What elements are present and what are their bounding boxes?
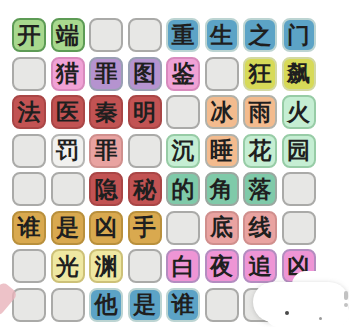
tile-r2c7[interactable]: 狂 (243, 57, 277, 91)
tile-r2c8[interactable]: 飙 (282, 57, 316, 91)
empty-slot-r2c6 (205, 57, 239, 91)
tile-r5c3[interactable]: 隐 (89, 172, 123, 206)
tile-r7c3[interactable]: 渊 (89, 249, 123, 283)
tile-r4c8[interactable]: 园 (282, 134, 316, 168)
tile-r7c5[interactable]: 白 (166, 249, 200, 283)
tile-r2c3[interactable]: 罪 (89, 57, 123, 91)
empty-slot-r7c1 (12, 249, 46, 283)
tile-r6c3[interactable]: 凶 (89, 211, 123, 245)
empty-slot-r5c2 (51, 172, 85, 206)
tile-r1c2[interactable]: 端 (51, 18, 85, 52)
empty-slot-r6c8 (282, 211, 316, 245)
tile-r8c5[interactable]: 谁 (166, 288, 200, 322)
tile-r1c7[interactable]: 之 (243, 18, 277, 52)
tile-r4c5[interactable]: 沉 (166, 134, 200, 168)
tile-r2c2[interactable]: 猎 (51, 57, 85, 91)
empty-slot-r2c1 (12, 57, 46, 91)
tile-r5c6[interactable]: 角 (205, 172, 239, 206)
empty-slot-r4c1 (12, 134, 46, 168)
tile-r3c2[interactable]: 医 (51, 95, 85, 129)
empty-slot-r8c2 (51, 288, 85, 322)
tile-r2c4[interactable]: 图 (128, 57, 162, 91)
empty-slot-r1c3 (89, 18, 123, 52)
empty-slot-r5c8 (282, 172, 316, 206)
tile-r5c7[interactable]: 落 (243, 172, 277, 206)
empty-slot-r1c4 (128, 18, 162, 52)
tile-r1c6[interactable]: 生 (205, 18, 239, 52)
empty-slot-r4c4 (128, 134, 162, 168)
overlay-speck (319, 317, 322, 320)
tile-r6c6[interactable]: 底 (205, 211, 239, 245)
empty-slot-r3c5 (166, 95, 200, 129)
empty-slot-r6c5 (166, 211, 200, 245)
tile-r3c6[interactable]: 冰 (205, 95, 239, 129)
tile-r3c7[interactable]: 雨 (243, 95, 277, 129)
tile-r2c5[interactable]: 鉴 (166, 57, 200, 91)
tile-r1c1[interactable]: 开 (12, 18, 46, 52)
tile-r3c1[interactable]: 法 (12, 95, 46, 129)
tile-r7c6[interactable]: 夜 (205, 249, 239, 283)
tile-r8c3[interactable]: 他 (89, 288, 123, 322)
tile-r1c5[interactable]: 重 (166, 18, 200, 52)
tile-r8c4[interactable]: 是 (128, 288, 162, 322)
tile-r7c7[interactable]: 追 (243, 249, 277, 283)
puzzle-board: 开端重生之门猎罪图鉴狂飙法医秦明冰雨火罚罪沉睡花园隐秘的角落谁是凶手底线光渊白夜… (12, 18, 316, 322)
tile-r4c7[interactable]: 花 (243, 134, 277, 168)
tile-r3c8[interactable]: 火 (282, 95, 316, 129)
white-overlay-artifact (266, 300, 349, 327)
empty-slot-r7c4 (128, 249, 162, 283)
tile-r6c4[interactable]: 手 (128, 211, 162, 245)
overlay-speck (344, 303, 348, 307)
tile-r6c7[interactable]: 线 (243, 211, 277, 245)
overlay-speck (344, 291, 348, 300)
tile-r6c1[interactable]: 谁 (12, 211, 46, 245)
puzzle-screen: 开端重生之门猎罪图鉴狂飙法医秦明冰雨火罚罪沉睡花园隐秘的角落谁是凶手底线光渊白夜… (0, 0, 349, 327)
tile-r7c2[interactable]: 光 (51, 249, 85, 283)
empty-slot-r8c1 (12, 288, 46, 322)
tile-r6c2[interactable]: 是 (51, 211, 85, 245)
tile-r3c4[interactable]: 明 (128, 95, 162, 129)
tile-r5c4[interactable]: 秘 (128, 172, 162, 206)
empty-slot-r5c1 (12, 172, 46, 206)
overlay-speck (285, 311, 289, 315)
tile-r3c3[interactable]: 秦 (89, 95, 123, 129)
empty-slot-r8c6 (205, 288, 239, 322)
tile-r1c8[interactable]: 门 (282, 18, 316, 52)
tile-r4c6[interactable]: 睡 (205, 134, 239, 168)
tile-r4c2[interactable]: 罚 (51, 134, 85, 168)
tile-r5c5[interactable]: 的 (166, 172, 200, 206)
tile-r4c3[interactable]: 罪 (89, 134, 123, 168)
